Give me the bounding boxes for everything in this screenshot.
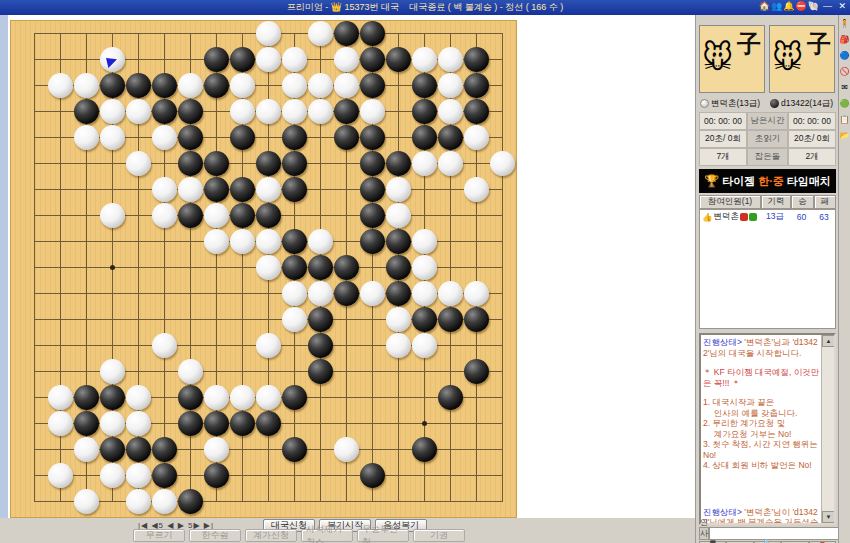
white-stone-icon: [700, 99, 709, 108]
chat-line: [703, 489, 820, 498]
right-edge-toolbar: 🧍🎒🔵🚫✉🟢📋📂: [838, 15, 850, 543]
white-stone: [152, 333, 177, 358]
chat-line: [703, 480, 820, 489]
white-stone: [464, 177, 489, 202]
white-stone: [204, 203, 229, 228]
black-stone: [74, 99, 99, 124]
black-stone: [308, 255, 333, 280]
black-stone: [178, 125, 203, 150]
white-stone: [100, 125, 125, 150]
scroll-down-icon[interactable]: ▼: [822, 511, 835, 523]
white-stone: [386, 177, 411, 202]
participants-header-cell: 참여인원(1): [699, 195, 761, 209]
black-stone: [464, 359, 489, 384]
participants-list[interactable]: 👍 변덕촌 13급 60 63: [699, 209, 836, 329]
chat-scrollbar[interactable]: ▲ ▼: [821, 335, 834, 523]
titlebar-icons[interactable]: 🏠👥🔔⛔🐚: [759, 1, 820, 11]
bottom-control-bar: |◀ ◀5 ◀ ▶ 5▶ ▶| 대국신청복기시작음성복기 무르기한수쉼계가신청사…: [0, 518, 695, 543]
white-stone: [308, 21, 333, 46]
black-stone: [412, 99, 437, 124]
black-stone: [412, 307, 437, 332]
participant-row[interactable]: 👍 변덕촌 13급 60 63: [700, 210, 835, 224]
black-stone: [204, 411, 229, 436]
white-stone: [152, 203, 177, 228]
black-stone: [282, 255, 307, 280]
white-stone: [100, 411, 125, 436]
white-stone: [48, 73, 73, 98]
go-board[interactable]: [10, 20, 517, 518]
sidebar: 子 🐭 子 🐭 변덕촌(13급) d13422(14급) 00: 00: 00남…: [695, 15, 838, 543]
black-stone: [360, 229, 385, 254]
participants-header: 참여인원(1)기력승패: [699, 195, 836, 209]
black-stone: [282, 125, 307, 150]
black-stone: [152, 99, 177, 124]
side-strip-icon[interactable]: ✉: [840, 83, 850, 93]
white-stone: [126, 463, 151, 488]
participant-name: 변덕촌: [714, 211, 740, 223]
black-stone: [178, 203, 203, 228]
black-stone: [204, 73, 229, 98]
black-stone: [100, 73, 125, 98]
participant-rank: 13급: [760, 211, 790, 223]
white-stone: [308, 229, 333, 254]
white-stone: [360, 281, 385, 306]
white-stone: [48, 411, 73, 436]
chat-line: 2. 무리한 계가요청 및: [703, 418, 820, 429]
white-stone: [438, 47, 463, 72]
white-stone: [308, 281, 333, 306]
black-stone: [282, 177, 307, 202]
white-stone: [464, 125, 489, 150]
side-strip-icon[interactable]: 🎒: [840, 35, 850, 45]
participants-header-cell: 기력: [761, 195, 791, 209]
time-panel: 00: 00: 00남은시간00: 00: 0020초/ 0회초읽기20초/ 0…: [699, 112, 836, 166]
chat-line: [703, 388, 820, 397]
white-stone: [490, 151, 515, 176]
chat-line: [703, 358, 820, 367]
black-stone: [386, 151, 411, 176]
white-stone: [230, 99, 255, 124]
side-strip-icon[interactable]: 📂: [840, 131, 850, 141]
white-stone: [334, 73, 359, 98]
white-stone: [256, 229, 281, 254]
chat-lines: 진행상태> '변덕촌'님과 'd13422'님의 대국을 시작합니다.＊ KF …: [703, 337, 820, 525]
white-stone: [230, 229, 255, 254]
left-frame-strip: [0, 15, 8, 543]
white-stone: [386, 307, 411, 332]
white-stone: [412, 281, 437, 306]
trophy-icon: 🏆: [704, 174, 719, 188]
black-stone: [464, 73, 489, 98]
white-stone: [100, 203, 125, 228]
black-stone: [230, 125, 255, 150]
white-stone: [204, 229, 229, 254]
participant-losses: 63: [813, 212, 835, 222]
black-stone: [230, 203, 255, 228]
black-stone: [360, 151, 385, 176]
black-stone: [230, 411, 255, 436]
white-stone: [412, 333, 437, 358]
black-stone: [204, 47, 229, 72]
chat-line: 진행상태> '변덕촌'님과 'd13422'님의 대국을 시작합니다.: [703, 337, 820, 358]
black-stone: [386, 47, 411, 72]
white-stone: [256, 385, 281, 410]
time-label: 초읽기: [747, 130, 788, 148]
white-stone: [230, 73, 255, 98]
white-stone: [152, 125, 177, 150]
chat-line: 인사의 예를 갖춥니다.: [703, 408, 820, 419]
white-stone: [308, 73, 333, 98]
white-stone: [386, 333, 411, 358]
black-stone: [438, 385, 463, 410]
chat-line: ＊ KF 타이젬 대국예절, 이것만은 꼭!!! ＊: [703, 367, 820, 388]
participant-wins: 60: [790, 212, 813, 222]
chat-line: 계가요청 거부는 No!: [703, 429, 820, 440]
black-stone: [360, 203, 385, 228]
title-bar: 프리미엄 - 👑 15373번 대국 대국종료 ( 백 불계승 ) - 정선 (…: [0, 0, 850, 15]
white-stone: [178, 73, 203, 98]
white-stone: [360, 99, 385, 124]
scroll-up-icon[interactable]: ▲: [822, 335, 835, 347]
black-stone: [230, 47, 255, 72]
black-stone: [360, 177, 385, 202]
white-stone: [256, 177, 281, 202]
green-badge-icon: [749, 213, 757, 221]
black-player-name: d13422(14급): [770, 97, 840, 110]
black-stone: [100, 385, 125, 410]
black-stone: [100, 437, 125, 462]
white-stone: [152, 177, 177, 202]
white-stone: [48, 385, 73, 410]
black-stone: [360, 463, 385, 488]
black-stone: [282, 385, 307, 410]
side-strip-icon[interactable]: 🟢: [840, 99, 850, 109]
chat-line: 1. 대국시작과 끝은: [703, 397, 820, 408]
white-stone: [126, 385, 151, 410]
participants-header-cell: 패: [814, 195, 836, 209]
time-label: 남은시간: [747, 112, 788, 130]
black-stone: [178, 411, 203, 436]
white-stone: [74, 73, 99, 98]
chat-line: 진행상태> '변덕촌'님이 'd13422'님에게 백 불계승을 거두셨습니다.: [703, 507, 820, 526]
mouse-avatar-icon: 🐭: [772, 40, 803, 75]
game-number: 15373번 대국: [345, 2, 400, 12]
thumb-icon: 👍: [702, 212, 713, 222]
event-banner: 🏆 타이젬 한·중 타임매치: [699, 169, 836, 193]
time-value: 00: 00: 00: [699, 112, 747, 130]
white-stone: [126, 489, 151, 514]
disabled-game-button: 계가신청: [245, 529, 297, 542]
white-stone: [204, 437, 229, 462]
black-stone: [438, 125, 463, 150]
disabled-game-button: 무르기: [133, 529, 185, 542]
chat-status-prefix: 진행상태>: [703, 337, 742, 347]
star-point: [422, 421, 427, 426]
black-stone: [282, 437, 307, 462]
black-player-avatar: 子 🐭: [769, 25, 835, 93]
black-stone: [464, 47, 489, 72]
black-stone: [308, 333, 333, 358]
time-value: 7개: [699, 148, 747, 166]
star-point: [110, 265, 115, 270]
white-stone: [256, 47, 281, 72]
white-stone: [230, 385, 255, 410]
white-stone: [126, 411, 151, 436]
white-stone: [412, 229, 437, 254]
white-stone: [74, 125, 99, 150]
white-stone: [334, 47, 359, 72]
board-panel: [8, 15, 695, 518]
crown-icon: 👑: [331, 2, 342, 12]
mouse-avatar-icon: 🐭: [702, 40, 733, 75]
white-stone: [152, 489, 177, 514]
white-stone: [412, 47, 437, 72]
tygem-game-window: 프리미엄 - 👑 15373번 대국 대국종료 ( 백 불계승 ) - 정선 (…: [0, 0, 850, 543]
side-strip-icon[interactable]: 🚫: [840, 67, 850, 77]
black-stone: [256, 203, 281, 228]
black-stone: [230, 177, 255, 202]
black-stone: [334, 281, 359, 306]
white-stone: [74, 489, 99, 514]
white-player-name: 변덕촌(13급): [700, 97, 770, 110]
white-player-avatar: 子 🐭: [699, 25, 765, 93]
chat-line: 4. 상대 회원 비하 발언은 No!: [703, 460, 820, 471]
time-value: 20초/ 0회: [699, 130, 747, 148]
chat-line: [703, 471, 820, 480]
black-stone: [386, 255, 411, 280]
white-stone: [48, 463, 73, 488]
disabled-game-button: 한수쉼: [189, 529, 241, 542]
white-stone: [282, 307, 307, 332]
black-stone: [438, 307, 463, 332]
avatar-calligraphy: 子: [807, 28, 831, 60]
black-stone-icon: [770, 99, 779, 108]
black-stone: [412, 73, 437, 98]
black-stone: [204, 463, 229, 488]
black-stone: [360, 21, 385, 46]
side-strip-icon[interactable]: 🔵: [840, 51, 850, 61]
white-stone: [100, 463, 125, 488]
black-stone: [334, 99, 359, 124]
white-stone: [282, 73, 307, 98]
black-stone: [126, 73, 151, 98]
white-stone: [412, 255, 437, 280]
black-stone: [178, 99, 203, 124]
black-stone: [256, 411, 281, 436]
time-label: 잡은돌: [747, 148, 788, 166]
black-stone: [334, 21, 359, 46]
white-stone: [178, 359, 203, 384]
white-stone: [438, 281, 463, 306]
white-stone: [334, 437, 359, 462]
black-stone: [152, 437, 177, 462]
black-stone: [360, 125, 385, 150]
time-value: 2개: [788, 148, 836, 166]
disabled-game-button: 기권: [413, 529, 465, 542]
chat-input[interactable]: [709, 527, 850, 540]
black-stone: [360, 47, 385, 72]
black-stone: [360, 73, 385, 98]
white-stone: [438, 73, 463, 98]
chat-status-prefix: 진행상태>: [703, 507, 742, 517]
chat-line: 3. 첫수 착점, 시간 지연 행위는 No!: [703, 439, 820, 460]
black-stone: [308, 307, 333, 332]
white-stone: [100, 99, 125, 124]
white-stone: [438, 151, 463, 176]
premium-label: 프리미엄 -: [287, 2, 329, 12]
white-stone: [282, 281, 307, 306]
black-stone: [74, 411, 99, 436]
white-stone: [256, 333, 281, 358]
black-stone: [178, 151, 203, 176]
black-stone: [412, 437, 437, 462]
white-stone: [256, 255, 281, 280]
white-stone: [464, 281, 489, 306]
time-value: 00: 00: 00: [788, 112, 836, 130]
black-stone: [464, 307, 489, 332]
black-stone: [386, 281, 411, 306]
white-stone: [386, 203, 411, 228]
black-stone: [282, 151, 307, 176]
side-strip-icon[interactable]: 🧍: [840, 19, 850, 29]
white-stone: [412, 151, 437, 176]
black-stone: [178, 489, 203, 514]
side-strip-icon[interactable]: 📋: [840, 115, 850, 125]
black-stone: [308, 359, 333, 384]
disabled-game-button: 무승부신청: [357, 529, 409, 542]
black-stone: [126, 437, 151, 462]
chat-line: [703, 498, 820, 507]
avatar-calligraphy: 子: [737, 28, 761, 60]
white-stone: [126, 151, 151, 176]
black-stone: [204, 177, 229, 202]
white-stone: [74, 437, 99, 462]
black-stone: [152, 73, 177, 98]
black-stone: [152, 463, 177, 488]
greeting-label: 인사말: [699, 527, 709, 540]
black-stone: [178, 385, 203, 410]
black-stone: [334, 125, 359, 150]
chat-log[interactable]: 진행상태> '변덕촌'님과 'd13422'님의 대국을 시작합니다.＊ KF …: [699, 333, 836, 525]
white-stone: [178, 177, 203, 202]
game-result: 대국종료 ( 백 불계승 ) - 정선 ( 166 수 ): [409, 2, 563, 12]
black-stone: [386, 229, 411, 254]
black-stone: [412, 125, 437, 150]
white-stone: [126, 99, 151, 124]
white-stone: [308, 99, 333, 124]
black-stone: [464, 99, 489, 124]
window-controls[interactable]: — ✕: [823, 1, 848, 11]
white-stone: [438, 99, 463, 124]
white-stone: [204, 385, 229, 410]
black-stone: [334, 255, 359, 280]
black-stone: [282, 229, 307, 254]
white-stone: [256, 99, 281, 124]
participants-header-cell: 승: [791, 195, 814, 209]
black-stone: [204, 151, 229, 176]
black-stone: [256, 151, 281, 176]
white-stone: [282, 99, 307, 124]
black-stone: [74, 385, 99, 410]
white-stone: [282, 47, 307, 72]
red-badge-icon: [740, 213, 748, 221]
disabled-game-button: 사석제거취소: [301, 529, 353, 542]
time-value: 20초/ 0회: [788, 130, 836, 148]
white-stone: [100, 359, 125, 384]
white-stone: [256, 21, 281, 46]
